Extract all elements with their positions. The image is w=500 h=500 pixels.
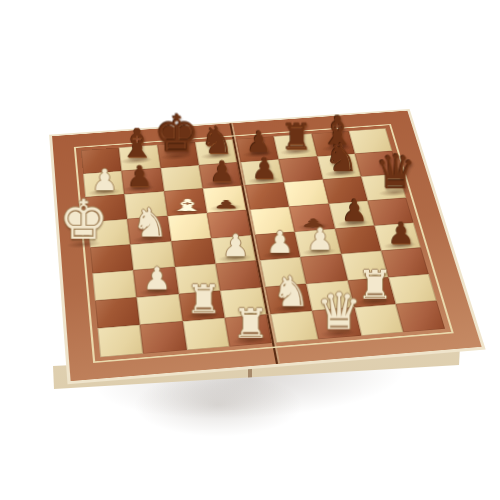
square-c5 — [167, 213, 211, 241]
square-b7: ♟ — [122, 168, 164, 195]
square-c1 — [182, 318, 229, 350]
square-h4: ♟ — [374, 222, 421, 251]
border-pinstripe: ♝♚♞♟♜♝♟♟♟♟♞♝♟♛♚♞♟♟♟♟♟♟♟♜♞♜♜♛ — [74, 124, 454, 363]
square-f7 — [279, 156, 323, 182]
square-f8: ♜ — [274, 134, 317, 159]
square-a1 — [98, 325, 144, 357]
square-b5: ♞ — [127, 216, 170, 244]
white-rook: ♜ — [185, 280, 221, 318]
black-rook: ♜ — [281, 119, 313, 153]
white-pawn: ♟ — [222, 232, 249, 261]
white-pawn: ♟ — [307, 225, 334, 254]
square-f6 — [284, 180, 328, 207]
square-d1: ♜ — [224, 315, 271, 347]
black-queen: ♛ — [374, 150, 416, 194]
white-bishop: ♝ — [168, 198, 206, 213]
square-g5: ♟ — [328, 201, 374, 229]
white-pawn: ♟ — [143, 265, 171, 295]
square-c8: ♚ — [157, 142, 199, 168]
white-knight: ♞ — [272, 272, 310, 312]
square-e6 — [245, 182, 289, 209]
black-pawn: ♟ — [127, 163, 153, 191]
white-king: ♚ — [60, 195, 109, 247]
square-h1 — [395, 301, 445, 332]
black-bishop: ♝ — [119, 124, 155, 162]
square-a2 — [95, 297, 140, 328]
square-b2 — [137, 294, 183, 325]
black-pawn: ♟ — [213, 199, 240, 210]
white-knight: ♞ — [132, 203, 168, 241]
black-pawn: ♟ — [209, 158, 235, 186]
square-e4: ♟ — [255, 231, 301, 260]
white-rook: ♜ — [232, 305, 268, 344]
square-e7: ♟ — [241, 159, 284, 185]
square-a3 — [92, 270, 136, 300]
square-g7: ♞ — [317, 153, 361, 179]
black-pawn: ♟ — [251, 155, 277, 183]
product-photo-scene: ♝♚♞♟♜♝♟♟♟♟♞♝♟♛♚♞♟♟♟♟♟♟♟♜♞♜♜♛ — [0, 0, 500, 500]
square-d7: ♟ — [199, 162, 242, 188]
black-king: ♚ — [153, 110, 199, 159]
square-a4 — [90, 244, 134, 273]
black-pawn: ♟ — [341, 197, 368, 225]
square-c7 — [160, 165, 202, 191]
square-b3: ♟ — [134, 267, 179, 297]
white-pawn: ♟ — [266, 229, 293, 258]
white-rook: ♜ — [357, 267, 393, 305]
board-frame: ♝♚♞♟♜♝♟♟♟♟♞♝♟♛♚♞♟♟♟♟♟♟♟♜♞♜♜♛ — [49, 109, 486, 384]
square-c4 — [171, 238, 216, 267]
square-a5: ♚ — [88, 219, 131, 247]
black-knight: ♞ — [200, 122, 234, 158]
black-pawn: ♟ — [387, 219, 414, 248]
square-d4: ♟ — [211, 235, 256, 264]
square-h2 — [388, 274, 437, 304]
square-b1 — [140, 322, 186, 354]
black-knight: ♞ — [324, 139, 359, 176]
square-c2: ♜ — [178, 291, 224, 322]
square-e2: ♞ — [265, 284, 312, 315]
white-queen: ♛ — [317, 288, 363, 336]
board-grid: ♝♚♞♟♜♝♟♟♟♟♞♝♟♛♚♞♟♟♟♟♟♟♟♜♞♜♜♛ — [81, 128, 445, 357]
square-g4 — [334, 225, 380, 254]
square-f4: ♟ — [295, 228, 341, 257]
square-d3 — [215, 261, 261, 291]
square-e1 — [271, 311, 319, 343]
square-c6: ♝ — [164, 189, 207, 216]
chess-board-3d: ♝♚♞♟♜♝♟♟♟♟♞♝♟♛♚♞♟♟♟♟♟♟♟♜♞♜♜♛ — [49, 109, 486, 384]
square-d6: ♟ — [203, 186, 247, 213]
square-f1: ♛ — [312, 308, 361, 340]
